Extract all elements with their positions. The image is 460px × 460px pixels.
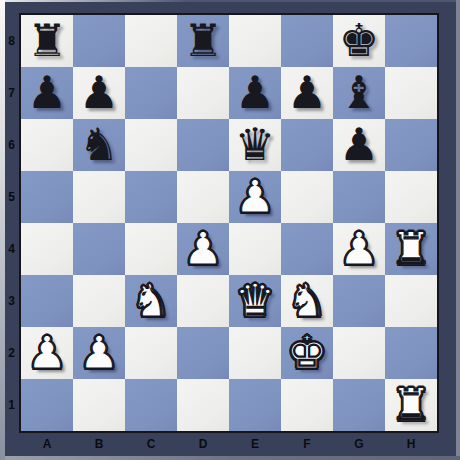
square-a7[interactable]: ♟ (21, 67, 73, 119)
rank-label-5: 5 (4, 171, 19, 223)
square-g3[interactable] (333, 275, 385, 327)
square-b4[interactable] (73, 223, 125, 275)
square-a3[interactable] (21, 275, 73, 327)
square-f8[interactable] (281, 15, 333, 67)
square-h2[interactable] (385, 327, 437, 379)
square-f7[interactable]: ♟ (281, 67, 333, 119)
file-label-e: E (229, 433, 281, 455)
square-g6[interactable]: ♟ (333, 119, 385, 171)
piece-black-pawn[interactable]: ♟ (287, 67, 327, 119)
rank-label-4: 4 (4, 223, 19, 275)
piece-black-king[interactable]: ♚ (339, 15, 379, 67)
frame-bevel-top (5, 0, 460, 2)
frame-bevel-right (456, 0, 460, 460)
file-label-c: C (125, 433, 177, 455)
square-b5[interactable] (73, 171, 125, 223)
square-b6[interactable]: ♞ (73, 119, 125, 171)
square-h8[interactable] (385, 15, 437, 67)
file-label-a: A (21, 433, 73, 455)
piece-white-knight[interactable]: ♞ (131, 275, 171, 327)
square-g7[interactable]: ♝ (333, 67, 385, 119)
square-d1[interactable] (177, 379, 229, 431)
square-g8[interactable]: ♚ (333, 15, 385, 67)
square-e1[interactable] (229, 379, 281, 431)
board: ♜♜♚♟♟♟♟♝♞♛♟♟♟♟♜♞♛♞♟♟♚♜ (19, 13, 439, 433)
square-g4[interactable]: ♟ (333, 223, 385, 275)
square-b3[interactable] (73, 275, 125, 327)
square-g1[interactable] (333, 379, 385, 431)
square-b2[interactable]: ♟ (73, 327, 125, 379)
piece-black-pawn[interactable]: ♟ (79, 67, 119, 119)
square-f4[interactable] (281, 223, 333, 275)
square-h4[interactable]: ♜ (385, 223, 437, 275)
piece-white-pawn[interactable]: ♟ (183, 223, 223, 275)
file-label-f: F (281, 433, 333, 455)
square-e5[interactable]: ♟ (229, 171, 281, 223)
square-e6[interactable]: ♛ (229, 119, 281, 171)
rank-label-8: 8 (4, 15, 19, 67)
square-d5[interactable] (177, 171, 229, 223)
piece-white-pawn[interactable]: ♟ (27, 327, 67, 379)
square-h7[interactable] (385, 67, 437, 119)
piece-white-pawn[interactable]: ♟ (339, 223, 379, 275)
square-e3[interactable]: ♛ (229, 275, 281, 327)
piece-black-rook[interactable]: ♜ (183, 15, 223, 67)
chess-board-widget: 87654321 ♜♜♚♟♟♟♟♝♞♛♟♟♟♟♜♞♛♞♟♟♚♜ ABCDEFGH (0, 0, 460, 460)
square-e7[interactable]: ♟ (229, 67, 281, 119)
square-f3[interactable]: ♞ (281, 275, 333, 327)
square-c5[interactable] (125, 171, 177, 223)
file-label-g: G (333, 433, 385, 455)
piece-black-knight[interactable]: ♞ (79, 119, 119, 171)
file-label-d: D (177, 433, 229, 455)
rank-label-1: 1 (4, 379, 19, 431)
piece-white-rook[interactable]: ♜ (391, 379, 431, 431)
square-d8[interactable]: ♜ (177, 15, 229, 67)
file-labels: ABCDEFGH (21, 433, 437, 455)
square-e8[interactable] (229, 15, 281, 67)
file-label-b: B (73, 433, 125, 455)
square-c4[interactable] (125, 223, 177, 275)
square-f6[interactable] (281, 119, 333, 171)
square-a4[interactable] (21, 223, 73, 275)
piece-white-king[interactable]: ♚ (287, 327, 327, 379)
square-d6[interactable] (177, 119, 229, 171)
square-d2[interactable] (177, 327, 229, 379)
square-c8[interactable] (125, 15, 177, 67)
rank-label-7: 7 (4, 67, 19, 119)
piece-white-pawn[interactable]: ♟ (79, 327, 119, 379)
square-f5[interactable] (281, 171, 333, 223)
rank-label-3: 3 (4, 275, 19, 327)
square-a8[interactable]: ♜ (21, 15, 73, 67)
rank-label-2: 2 (4, 327, 19, 379)
square-c7[interactable] (125, 67, 177, 119)
square-a2[interactable]: ♟ (21, 327, 73, 379)
frame-bevel-bottom (5, 456, 460, 460)
piece-black-pawn[interactable]: ♟ (235, 67, 275, 119)
piece-white-queen[interactable]: ♛ (235, 275, 275, 327)
square-h1[interactable]: ♜ (385, 379, 437, 431)
piece-black-bishop[interactable]: ♝ (339, 67, 379, 119)
square-d3[interactable] (177, 275, 229, 327)
square-h3[interactable] (385, 275, 437, 327)
piece-black-queen[interactable]: ♛ (235, 119, 275, 171)
square-e4[interactable] (229, 223, 281, 275)
square-d7[interactable] (177, 67, 229, 119)
piece-black-pawn[interactable]: ♟ (27, 67, 67, 119)
square-c1[interactable] (125, 379, 177, 431)
rank-label-6: 6 (4, 119, 19, 171)
square-b8[interactable] (73, 15, 125, 67)
square-a6[interactable] (21, 119, 73, 171)
square-h5[interactable] (385, 171, 437, 223)
piece-white-knight[interactable]: ♞ (287, 275, 327, 327)
rank-labels: 87654321 (4, 15, 19, 431)
square-c2[interactable] (125, 327, 177, 379)
square-f2[interactable]: ♚ (281, 327, 333, 379)
piece-white-rook[interactable]: ♜ (391, 223, 431, 275)
piece-black-pawn[interactable]: ♟ (339, 119, 379, 171)
square-d4[interactable]: ♟ (177, 223, 229, 275)
file-label-h: H (385, 433, 437, 455)
square-f1[interactable] (281, 379, 333, 431)
square-g5[interactable] (333, 171, 385, 223)
square-h6[interactable] (385, 119, 437, 171)
square-c3[interactable]: ♞ (125, 275, 177, 327)
square-g2[interactable] (333, 327, 385, 379)
piece-black-rook[interactable]: ♜ (27, 15, 67, 67)
square-c6[interactable] (125, 119, 177, 171)
piece-white-pawn[interactable]: ♟ (235, 171, 275, 223)
square-e2[interactable] (229, 327, 281, 379)
square-a1[interactable] (21, 379, 73, 431)
square-b1[interactable] (73, 379, 125, 431)
square-b7[interactable]: ♟ (73, 67, 125, 119)
square-a5[interactable] (21, 171, 73, 223)
